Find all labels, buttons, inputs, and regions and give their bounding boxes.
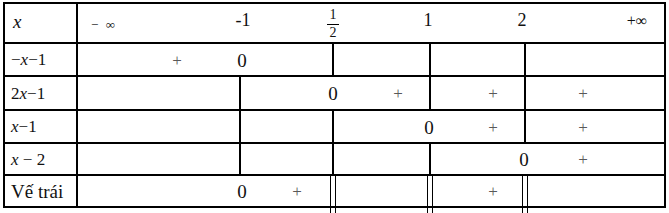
header-tick-one-half: 1 2 [327,8,339,40]
zero-cell: 0 [328,84,338,103]
zero-cell: 0 [519,150,529,169]
plus-sign-cell: + [578,118,588,135]
fraction-numerator: 1 [330,8,337,22]
row-label-x-minus-2: x − 2 [11,151,45,168]
header-tick-2: 2 [518,11,527,29]
sign-table: x − ∞ -1 1 2 1 2 +∞ −x−1 2x−1 x−1 x − 2 … [0,0,669,213]
plus-sign-cell: + [172,51,182,68]
h-rule [3,2,666,4]
plus-sign-cell: + [488,118,498,135]
plus-sign-cell: + [488,85,498,102]
plus-sign-cell: + [393,85,403,102]
tick-line-two [524,110,525,143]
plus-sign-cell: + [292,183,302,200]
tick-line-half [332,43,333,76]
h-rule [3,42,666,44]
tick-line-two [524,43,525,76]
h-rule [3,109,666,111]
zero-cell: 0 [237,50,247,69]
header-tick-minus-1: -1 [236,11,251,29]
plus-sign-cell: + [578,151,588,168]
tick-line-two [524,76,525,110]
double-bar-half-left [330,175,331,213]
plus-sign-cell: + [488,183,498,200]
h-rule [3,75,666,77]
tick-line-half [332,110,333,143]
zero-cell: 0 [424,117,434,136]
header-tick-1: 1 [424,11,433,29]
header-variable: x [13,11,21,33]
tick-line-m1 [239,110,240,143]
double-bar-two-left [522,175,523,213]
double-bar-half-right [335,175,336,213]
table-border-right [664,2,666,208]
double-bar-one-right [432,175,433,213]
fraction-denominator: 2 [330,26,337,40]
tick-line-m1 [239,143,240,175]
double-bar-one-left [427,175,428,213]
header-tick-pos-infinity: +∞ [627,13,647,29]
double-bar-two-right [527,175,528,213]
tick-line-one [429,76,430,110]
tick-line-half [332,143,333,175]
label-column-separator [76,3,78,207]
row-label-ve-trai: Vế trái [11,182,63,201]
row-label-x-minus-1: x−1 [11,118,37,135]
h-rule [3,142,666,144]
table-border-left [3,2,5,208]
plus-sign-cell: + [578,85,588,102]
zero-cell: 0 [237,182,247,201]
tick-line-one [429,143,430,175]
tick-line-one [429,43,430,76]
header-tick-neg-infinity: − ∞ [91,18,117,31]
row-label-neg-x-minus-1: −x−1 [11,51,46,68]
row-label-2x-minus-1: 2x−1 [11,85,45,102]
tick-line-m1 [239,76,240,110]
